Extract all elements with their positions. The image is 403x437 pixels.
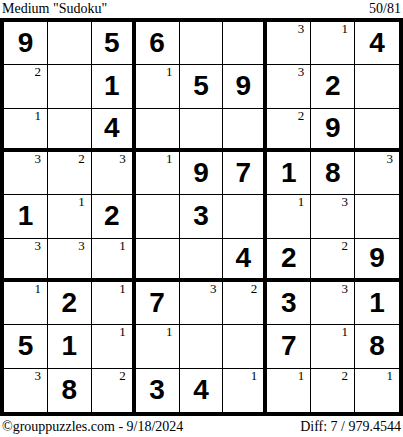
cell-r2c8[interactable]: 2 [311, 65, 355, 108]
cell-r8c9[interactable]: 8 [355, 325, 399, 368]
given-digit: 5 [18, 332, 34, 360]
cell-r3c2[interactable] [48, 109, 92, 152]
pencil-mark: 1 [34, 109, 41, 123]
cell-r7c3[interactable]: 1 [92, 282, 136, 325]
cell-r2c4[interactable]: 1 [136, 65, 180, 108]
cell-r4c9[interactable]: 3 [355, 152, 399, 195]
cell-r1c1[interactable]: 9 [4, 22, 48, 65]
given-digit: 1 [18, 202, 34, 230]
cell-r8c7[interactable]: 7 [267, 325, 311, 368]
pencil-mark: 3 [210, 282, 217, 296]
cell-r9c1[interactable]: 3 [4, 369, 48, 412]
cell-r9c7[interactable]: 1 [267, 369, 311, 412]
cell-r7c6[interactable]: 2 [223, 282, 267, 325]
pencil-mark: 3 [34, 239, 41, 253]
pencil-mark: 2 [119, 369, 126, 383]
pencil-mark: 2 [342, 239, 349, 253]
page-title: Medium "Sudoku" [2, 1, 107, 17]
cell-r2c3[interactable]: 1 [92, 65, 136, 108]
cell-r9c6[interactable]: 1 [223, 369, 267, 412]
footer: ©grouppuzzles.com - 9/18/2024 Diff: 7 / … [0, 416, 403, 437]
pencil-mark: 1 [166, 152, 173, 166]
pencil-mark: 3 [298, 65, 305, 79]
pencil-mark: 2 [78, 152, 85, 166]
pencil-mark: 2 [342, 369, 349, 383]
cell-r4c8[interactable]: 8 [311, 152, 355, 195]
copyright-date: ©grouppuzzles.com - 9/18/2024 [2, 419, 183, 435]
cell-r7c8[interactable]: 3 [311, 282, 355, 325]
cell-r6c4[interactable] [136, 239, 180, 282]
given-digit: 9 [236, 72, 252, 100]
cell-r9c3[interactable]: 2 [92, 369, 136, 412]
pencil-mark: 1 [166, 325, 173, 339]
pencil-mark: 1 [342, 325, 349, 339]
given-digit: 2 [281, 244, 297, 272]
cell-r1c3[interactable]: 5 [92, 22, 136, 65]
cell-r6c9[interactable]: 9 [355, 239, 399, 282]
given-digit: 4 [193, 376, 209, 404]
cell-r4c5[interactable]: 9 [180, 152, 224, 195]
pencil-mark: 1 [78, 195, 85, 209]
sudoku-board: 9563142115932142932319718311231333142291… [0, 18, 403, 416]
pencil-mark: 3 [342, 195, 349, 209]
cell-r9c8[interactable]: 2 [311, 369, 355, 412]
given-digit: 3 [281, 289, 297, 317]
pencil-mark: 1 [34, 282, 41, 296]
pencil-mark: 2 [251, 282, 258, 296]
pencil-mark: 1 [387, 369, 394, 383]
cell-r5c2[interactable]: 1 [48, 195, 92, 238]
given-digit: 5 [104, 29, 120, 57]
cell-r5c7[interactable]: 1 [267, 195, 311, 238]
given-digit: 9 [193, 159, 209, 187]
cell-r3c7[interactable]: 2 [267, 109, 311, 152]
cell-r8c3[interactable]: 1 [92, 325, 136, 368]
given-digit: 4 [104, 114, 120, 142]
cell-r1c2[interactable] [48, 22, 92, 65]
pencil-mark: 1 [251, 369, 258, 383]
difficulty-label: Diff: 7 / 979.4544 [300, 419, 401, 435]
given-digit: 9 [325, 114, 341, 142]
cell-r7c2[interactable]: 2 [48, 282, 92, 325]
given-digit: 3 [193, 202, 209, 230]
given-digit: 8 [325, 159, 341, 187]
cell-r4c2[interactable]: 2 [48, 152, 92, 195]
cell-r9c4[interactable]: 3 [136, 369, 180, 412]
given-digit: 8 [62, 376, 78, 404]
given-digit: 7 [149, 289, 165, 317]
cell-r5c9[interactable] [355, 195, 399, 238]
cell-r2c1[interactable]: 2 [4, 65, 48, 108]
pencil-mark: 1 [119, 325, 126, 339]
pencil-mark: 2 [34, 65, 41, 79]
cell-r8c8[interactable]: 1 [311, 325, 355, 368]
given-digit: 1 [62, 332, 78, 360]
cell-r8c5[interactable] [180, 325, 224, 368]
given-digit: 4 [369, 29, 385, 57]
cell-r5c6[interactable] [223, 195, 267, 238]
cell-r4c4[interactable]: 1 [136, 152, 180, 195]
cell-r3c5[interactable] [180, 109, 224, 152]
cell-r4c6[interactable]: 7 [223, 152, 267, 195]
cell-r2c7[interactable]: 3 [267, 65, 311, 108]
pencil-mark: 1 [119, 239, 126, 253]
given-digit: 1 [281, 159, 297, 187]
pencil-mark: 3 [387, 152, 394, 166]
cell-r2c9[interactable] [355, 65, 399, 108]
cell-r2c5[interactable]: 5 [180, 65, 224, 108]
cell-r1c8[interactable]: 1 [311, 22, 355, 65]
cell-r6c2[interactable]: 3 [48, 239, 92, 282]
pencil-mark: 3 [298, 22, 305, 36]
given-digit: 6 [149, 29, 165, 57]
given-digit: 8 [369, 332, 385, 360]
given-digit: 4 [236, 244, 252, 272]
pencil-mark: 3 [34, 369, 41, 383]
given-digit: 2 [104, 202, 120, 230]
pencil-mark: 1 [119, 282, 126, 296]
cell-r6c6[interactable]: 4 [223, 239, 267, 282]
cell-r6c1[interactable]: 3 [4, 239, 48, 282]
cell-r6c8[interactable]: 2 [311, 239, 355, 282]
cell-r5c3[interactable]: 2 [92, 195, 136, 238]
cell-r5c1[interactable]: 1 [4, 195, 48, 238]
pencil-mark: 1 [298, 195, 305, 209]
cell-r7c4[interactable]: 7 [136, 282, 180, 325]
cell-r8c4[interactable]: 1 [136, 325, 180, 368]
cell-r8c1[interactable]: 5 [4, 325, 48, 368]
cell-r9c9[interactable]: 1 [355, 369, 399, 412]
cell-r6c7[interactable]: 2 [267, 239, 311, 282]
given-digit: 1 [369, 289, 385, 317]
pencil-mark: 3 [34, 152, 41, 166]
cell-r5c4[interactable] [136, 195, 180, 238]
cell-r1c5[interactable] [180, 22, 224, 65]
sudoku-page: Medium "Sudoku" 50/81 956314211593214293… [0, 0, 403, 437]
cell-r4c3[interactable]: 3 [92, 152, 136, 195]
given-digit: 2 [62, 289, 78, 317]
cell-r5c8[interactable]: 3 [311, 195, 355, 238]
cell-r3c4[interactable] [136, 109, 180, 152]
pencil-mark: 1 [166, 65, 173, 79]
cell-r7c1[interactable]: 1 [4, 282, 48, 325]
cell-r7c7[interactable]: 3 [267, 282, 311, 325]
cell-r7c9[interactable]: 1 [355, 282, 399, 325]
cell-r6c5[interactable] [180, 239, 224, 282]
given-digit: 5 [193, 72, 209, 100]
cell-r9c2[interactable]: 8 [48, 369, 92, 412]
cell-r9c5[interactable]: 4 [180, 369, 224, 412]
cell-r1c6[interactable] [223, 22, 267, 65]
cell-r3c1[interactable]: 1 [4, 109, 48, 152]
cell-r8c2[interactable]: 1 [48, 325, 92, 368]
given-digit: 3 [149, 376, 165, 404]
cell-r8c6[interactable] [223, 325, 267, 368]
given-digit: 7 [236, 159, 252, 187]
cell-r1c9[interactable]: 4 [355, 22, 399, 65]
header: Medium "Sudoku" 50/81 [0, 0, 403, 18]
pencil-mark: 3 [78, 239, 85, 253]
cell-r1c4[interactable]: 6 [136, 22, 180, 65]
cell-r4c1[interactable]: 3 [4, 152, 48, 195]
given-digit: 9 [369, 244, 385, 272]
cell-r3c9[interactable] [355, 109, 399, 152]
cell-r4c7[interactable]: 1 [267, 152, 311, 195]
cell-r2c6[interactable]: 9 [223, 65, 267, 108]
pencil-mark: 3 [342, 282, 349, 296]
given-digit: 1 [104, 72, 120, 100]
cell-r1c7[interactable]: 3 [267, 22, 311, 65]
cell-r3c6[interactable] [223, 109, 267, 152]
pencil-mark: 1 [342, 22, 349, 36]
pencil-mark: 3 [119, 152, 126, 166]
cell-r6c3[interactable]: 1 [92, 239, 136, 282]
cell-r2c2[interactable] [48, 65, 92, 108]
given-digit: 2 [325, 72, 341, 100]
cell-r7c5[interactable]: 3 [180, 282, 224, 325]
given-digit: 7 [281, 332, 297, 360]
cell-r3c3[interactable]: 4 [92, 109, 136, 152]
pencil-mark: 2 [298, 109, 305, 123]
given-digit: 9 [18, 29, 34, 57]
cell-counter: 50/81 [369, 1, 401, 17]
cell-r5c5[interactable]: 3 [180, 195, 224, 238]
cell-r3c8[interactable]: 9 [311, 109, 355, 152]
pencil-mark: 1 [298, 369, 305, 383]
